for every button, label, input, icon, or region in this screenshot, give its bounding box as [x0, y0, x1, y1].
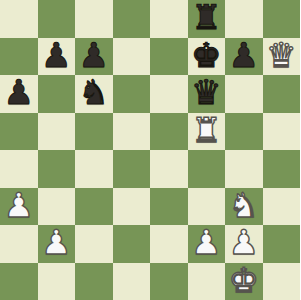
- piece-black-pawn[interactable]: ♟: [41, 38, 71, 74]
- square-g2[interactable]: ♟: [225, 225, 263, 263]
- square-e4[interactable]: [150, 150, 188, 188]
- square-h8[interactable]: [263, 0, 301, 38]
- square-a4[interactable]: [0, 150, 38, 188]
- piece-white-pawn[interactable]: ♟: [191, 225, 221, 261]
- square-c8[interactable]: [75, 0, 113, 38]
- piece-white-pawn[interactable]: ♟: [4, 188, 34, 224]
- piece-black-pawn[interactable]: ♟: [229, 38, 259, 74]
- square-e5[interactable]: [150, 113, 188, 151]
- square-f1[interactable]: [188, 263, 226, 300]
- square-h2[interactable]: [263, 225, 301, 263]
- square-h7[interactable]: ♛: [263, 38, 301, 76]
- square-e3[interactable]: [150, 188, 188, 226]
- piece-black-rook[interactable]: ♜: [191, 0, 221, 36]
- square-g6[interactable]: [225, 75, 263, 113]
- chess-board: ♜♟♟♚♟♛♟♞♛♜♟♞♟♟♟♚: [0, 0, 300, 300]
- square-b4[interactable]: [38, 150, 76, 188]
- piece-white-king[interactable]: ♚: [229, 263, 259, 299]
- piece-black-knight[interactable]: ♞: [79, 75, 109, 111]
- square-g5[interactable]: [225, 113, 263, 151]
- square-b1[interactable]: [38, 263, 76, 300]
- square-b5[interactable]: [38, 113, 76, 151]
- square-b3[interactable]: [38, 188, 76, 226]
- square-g7[interactable]: ♟: [225, 38, 263, 76]
- square-g3[interactable]: ♞: [225, 188, 263, 226]
- square-f6[interactable]: ♛: [188, 75, 226, 113]
- square-c5[interactable]: [75, 113, 113, 151]
- square-d5[interactable]: [113, 113, 151, 151]
- square-f8[interactable]: ♜: [188, 0, 226, 38]
- square-f3[interactable]: [188, 188, 226, 226]
- square-f4[interactable]: [188, 150, 226, 188]
- square-c1[interactable]: [75, 263, 113, 300]
- square-d3[interactable]: [113, 188, 151, 226]
- piece-white-pawn[interactable]: ♟: [229, 225, 259, 261]
- piece-white-pawn[interactable]: ♟: [41, 225, 71, 261]
- square-h4[interactable]: [263, 150, 301, 188]
- square-c3[interactable]: [75, 188, 113, 226]
- square-c2[interactable]: [75, 225, 113, 263]
- square-b7[interactable]: ♟: [38, 38, 76, 76]
- square-e7[interactable]: [150, 38, 188, 76]
- square-g1[interactable]: ♚: [225, 263, 263, 300]
- square-d1[interactable]: [113, 263, 151, 300]
- square-e2[interactable]: [150, 225, 188, 263]
- square-e6[interactable]: [150, 75, 188, 113]
- square-c7[interactable]: ♟: [75, 38, 113, 76]
- square-f2[interactable]: ♟: [188, 225, 226, 263]
- square-a2[interactable]: [0, 225, 38, 263]
- square-h6[interactable]: [263, 75, 301, 113]
- square-d7[interactable]: [113, 38, 151, 76]
- square-h1[interactable]: [263, 263, 301, 300]
- piece-black-king[interactable]: ♚: [191, 38, 221, 74]
- square-h5[interactable]: [263, 113, 301, 151]
- square-f7[interactable]: ♚: [188, 38, 226, 76]
- square-e1[interactable]: [150, 263, 188, 300]
- square-a1[interactable]: [0, 263, 38, 300]
- square-f5[interactable]: ♜: [188, 113, 226, 151]
- square-a8[interactable]: [0, 0, 38, 38]
- square-a7[interactable]: [0, 38, 38, 76]
- square-e8[interactable]: [150, 0, 188, 38]
- square-c6[interactable]: ♞: [75, 75, 113, 113]
- square-a6[interactable]: ♟: [0, 75, 38, 113]
- square-d8[interactable]: [113, 0, 151, 38]
- piece-white-knight[interactable]: ♞: [229, 188, 259, 224]
- square-g4[interactable]: [225, 150, 263, 188]
- square-d6[interactable]: [113, 75, 151, 113]
- square-g8[interactable]: [225, 0, 263, 38]
- square-d2[interactable]: [113, 225, 151, 263]
- square-h3[interactable]: [263, 188, 301, 226]
- piece-black-pawn[interactable]: ♟: [4, 75, 34, 111]
- square-c4[interactable]: [75, 150, 113, 188]
- piece-black-pawn[interactable]: ♟: [79, 38, 109, 74]
- square-b6[interactable]: [38, 75, 76, 113]
- square-a3[interactable]: ♟: [0, 188, 38, 226]
- square-b2[interactable]: ♟: [38, 225, 76, 263]
- piece-black-queen[interactable]: ♛: [191, 75, 221, 111]
- piece-white-queen[interactable]: ♛: [266, 38, 296, 74]
- square-d4[interactable]: [113, 150, 151, 188]
- square-a5[interactable]: [0, 113, 38, 151]
- square-b8[interactable]: [38, 0, 76, 38]
- piece-white-rook[interactable]: ♜: [191, 113, 221, 149]
